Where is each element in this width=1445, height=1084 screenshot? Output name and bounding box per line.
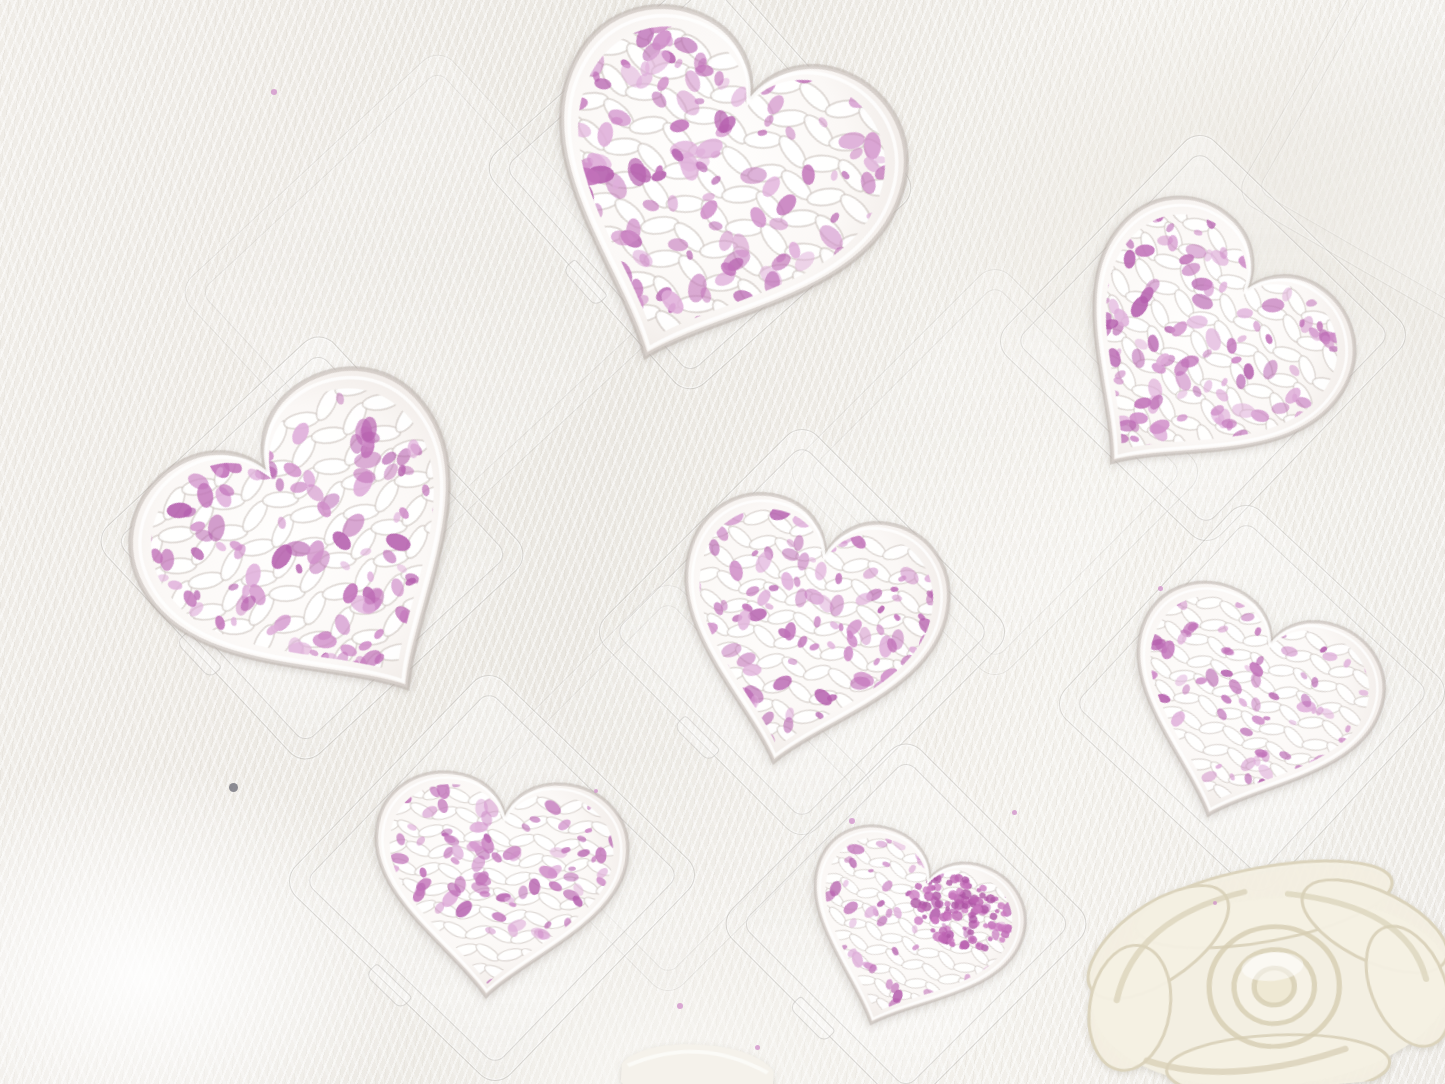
glitter-fleck [849, 818, 855, 824]
debris-speck [229, 783, 238, 792]
glitter-fleck [271, 89, 277, 95]
glitter-fleck [1158, 586, 1163, 591]
glitter-fleck [677, 1003, 683, 1009]
foam-rose [1069, 846, 1445, 1084]
extras-layer [0, 0, 1445, 1084]
glitter-fleck [1012, 810, 1017, 815]
glitter-fleck [594, 789, 598, 793]
glitter-fleck [755, 1045, 760, 1050]
foam-petal [620, 1028, 775, 1084]
photo-scene [0, 0, 1445, 1084]
